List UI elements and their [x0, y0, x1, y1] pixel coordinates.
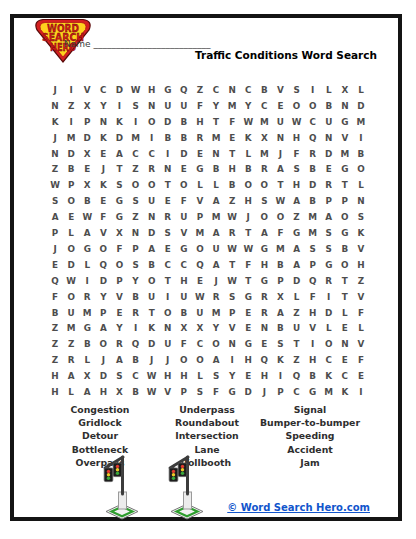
grid-cell: P — [337, 193, 353, 209]
grid-cell: B — [79, 193, 95, 209]
grid-cell: M — [63, 320, 79, 336]
grid-cell: W — [192, 289, 208, 305]
grid-cell: M — [79, 305, 95, 321]
grid-cell: B — [272, 257, 288, 273]
grid-cell: G — [337, 161, 353, 177]
grid-cell: O — [160, 305, 176, 321]
grid-cell: P — [79, 114, 95, 130]
grid-cell: J — [240, 209, 256, 225]
grid-cell: R — [256, 289, 272, 305]
grid-cell: V — [353, 241, 369, 257]
grid-cell: Z — [47, 320, 63, 336]
grid-cell: C — [321, 352, 337, 368]
grid-cell: N — [160, 161, 176, 177]
grid-cell: K — [272, 352, 288, 368]
grid-cell: B — [305, 193, 321, 209]
grid-cell: U — [63, 305, 79, 321]
grid-cell: A — [256, 225, 272, 241]
grid-cell: E — [47, 257, 63, 273]
grid-cell: I — [63, 82, 79, 98]
grid-cell: X — [337, 82, 353, 98]
grid-cell: Z — [353, 273, 369, 289]
grid-cell: Y — [128, 273, 144, 289]
grid-cell: I — [128, 320, 144, 336]
grid-cell: T — [337, 177, 353, 193]
grid-cell: W — [272, 193, 288, 209]
grid-cell: K — [47, 114, 63, 130]
grid-cell: T — [160, 273, 176, 289]
grid-cell: S — [208, 368, 224, 384]
grid-cell: B — [128, 384, 144, 400]
grid-cell: A — [79, 225, 95, 241]
grid-cell: L — [353, 82, 369, 98]
grid-cell: M — [305, 209, 321, 225]
grid-cell: B — [63, 161, 79, 177]
grid-cell: W — [240, 114, 256, 130]
grid-cell: Y — [208, 320, 224, 336]
grid-cell: M — [353, 114, 369, 130]
grid-cell: O — [176, 177, 192, 193]
grid-cell: Q — [192, 257, 208, 273]
grid-cell: P — [95, 305, 111, 321]
grid-cell: R — [224, 225, 240, 241]
grid-cell: Z — [47, 352, 63, 368]
grid-cell: W — [224, 209, 240, 225]
grid-cell: Q — [95, 257, 111, 273]
grid-cell: U — [160, 336, 176, 352]
grid-cell: O — [256, 209, 272, 225]
grid-cell: L — [337, 305, 353, 321]
grid-cell: K — [353, 225, 369, 241]
word-list-item: Jam — [240, 456, 380, 469]
grid-cell: T — [240, 273, 256, 289]
grid-cell: N — [321, 130, 337, 146]
grid-cell: D — [111, 130, 127, 146]
grid-cell: S — [353, 209, 369, 225]
grid-cell: B — [128, 289, 144, 305]
grid-cell: P — [192, 209, 208, 225]
grid-cell: W — [224, 241, 240, 257]
grid-cell: Z — [128, 209, 144, 225]
grid-cell: Z — [47, 336, 63, 352]
grid-cell: C — [240, 82, 256, 98]
grid-cell: N — [144, 98, 160, 114]
grid-cell: I — [160, 289, 176, 305]
grid-cell: E — [272, 98, 288, 114]
grid-cell: B — [305, 161, 321, 177]
grid-cell: E — [63, 209, 79, 225]
grid-cell: O — [95, 336, 111, 352]
grid-cell: U — [160, 98, 176, 114]
grid-cell: O — [353, 161, 369, 177]
grid-cell: E — [79, 161, 95, 177]
grid-cell: M — [305, 225, 321, 241]
grid-cell: W — [289, 114, 305, 130]
grid-cell: M — [256, 114, 272, 130]
grid-cell: O — [144, 177, 160, 193]
grid-cell: H — [176, 273, 192, 289]
grid-cell: N — [224, 336, 240, 352]
grid-cell: N — [272, 130, 288, 146]
grid-cell: B — [144, 257, 160, 273]
grid-cell: H — [160, 368, 176, 384]
grid-cell: J — [47, 82, 63, 98]
grid-cell: O — [240, 177, 256, 193]
grid-cell: W — [224, 273, 240, 289]
grid-cell: D — [95, 368, 111, 384]
grid-cell: S — [111, 368, 127, 384]
grid-cell: K — [95, 177, 111, 193]
word-search-hero-link[interactable]: © Word Search Hero.com — [227, 502, 370, 513]
grid-cell: O — [95, 241, 111, 257]
grid-cell: T — [337, 273, 353, 289]
grid-cell: R — [256, 161, 272, 177]
grid-cell: B — [321, 98, 337, 114]
grid-cell: D — [63, 257, 79, 273]
grid-cell: E — [353, 368, 369, 384]
grid-cell: S — [289, 82, 305, 98]
grid-cell: R — [321, 177, 337, 193]
grid-cell: E — [321, 161, 337, 177]
grid-cell: L — [321, 82, 337, 98]
grid-cell: V — [353, 289, 369, 305]
grid-cell: A — [144, 241, 160, 257]
grid-cell: U — [289, 320, 305, 336]
grid-cell: R — [208, 289, 224, 305]
grid-cell: L — [353, 320, 369, 336]
grid-cell: D — [144, 336, 160, 352]
grid-cell: K — [111, 114, 127, 130]
grid-cell: H — [256, 257, 272, 273]
grid-cell: G — [111, 193, 127, 209]
grid-cell: U — [192, 305, 208, 321]
grid-cell: B — [176, 130, 192, 146]
grid-cell: U — [208, 241, 224, 257]
grid-cell: W — [144, 384, 160, 400]
grid-cell: Z — [63, 336, 79, 352]
grid-cell: S — [321, 225, 337, 241]
grid-cell: X — [192, 320, 208, 336]
grid-cell: S — [224, 289, 240, 305]
grid-cell: H — [353, 257, 369, 273]
grid-cell: F — [176, 336, 192, 352]
grid-cell: A — [47, 209, 63, 225]
grid-cell: R — [321, 273, 337, 289]
grid-cell: L — [63, 225, 79, 241]
grid-cell: J — [47, 241, 63, 257]
grid-cell: K — [240, 130, 256, 146]
grid-cell: F — [272, 225, 288, 241]
grid-cell: N — [160, 320, 176, 336]
grid-cell: G — [240, 289, 256, 305]
grid-cell: K — [95, 130, 111, 146]
grid-cell: X — [272, 289, 288, 305]
grid-cell: P — [321, 193, 337, 209]
grid-cell: F — [353, 352, 369, 368]
grid-cell: O — [144, 273, 160, 289]
grid-cell: W — [128, 82, 144, 98]
grid-cell: I — [272, 368, 288, 384]
grid-cell: H — [95, 384, 111, 400]
grid-cell: H — [224, 161, 240, 177]
grid-cell: O — [256, 177, 272, 193]
grid-cell: I — [63, 114, 79, 130]
grid-cell: K — [144, 320, 160, 336]
grid-cell: E — [176, 161, 192, 177]
grid-cell: F — [224, 114, 240, 130]
name-row: Name __________________________ — [64, 39, 210, 49]
grid-cell: F — [289, 146, 305, 162]
grid-cell: O — [176, 352, 192, 368]
grid-cell: D — [144, 225, 160, 241]
grid-cell: C — [128, 368, 144, 384]
grid-cell: W — [240, 241, 256, 257]
grid-cell: E — [224, 130, 240, 146]
grid-cell: S — [160, 225, 176, 241]
grid-cell: B — [176, 305, 192, 321]
grid-cell: G — [240, 336, 256, 352]
grid-cell: P — [176, 384, 192, 400]
grid-cell: H — [256, 368, 272, 384]
grid-cell: B — [256, 82, 272, 98]
grid-cell: I — [160, 146, 176, 162]
grid-cell: R — [144, 161, 160, 177]
grid-cell: F — [176, 193, 192, 209]
grid-cell: O — [63, 289, 79, 305]
grid-cell: Z — [63, 98, 79, 114]
grid-cell: L — [79, 352, 95, 368]
grid-cell: G — [321, 257, 337, 273]
grid-cell: J — [208, 273, 224, 289]
grid-cell: P — [128, 241, 144, 257]
grid-cell: Q — [305, 130, 321, 146]
grid-cell: H — [240, 193, 256, 209]
grid-cell: S — [256, 193, 272, 209]
grid-cell: H — [176, 368, 192, 384]
grid-cell: F — [240, 257, 256, 273]
grid-cell: V — [176, 225, 192, 241]
grid-cell: C — [144, 146, 160, 162]
grid-cell: F — [47, 289, 63, 305]
grid-cell: Z — [224, 193, 240, 209]
grid-cell: V — [353, 336, 369, 352]
grid-cell: D — [321, 305, 337, 321]
grid-cell: S — [111, 177, 127, 193]
grid-cell: J — [144, 352, 160, 368]
grid-cell: O — [337, 257, 353, 273]
grid-cell: A — [208, 225, 224, 241]
grid-cell: B — [160, 130, 176, 146]
grid-cell: F — [95, 209, 111, 225]
grid-cell: G — [289, 225, 305, 241]
grid-cell: S — [192, 384, 208, 400]
grid-cell: U — [176, 98, 192, 114]
worksheet-page: WORD SEARCH HERO Name __________________… — [10, 14, 402, 521]
grid-cell: E — [337, 320, 353, 336]
grid-cell: Z — [289, 209, 305, 225]
grid-cell: A — [63, 368, 79, 384]
grid-cell: M — [192, 225, 208, 241]
grid-cell: R — [305, 146, 321, 162]
grid-cell: L — [63, 384, 79, 400]
grid-cell: F — [353, 305, 369, 321]
grid-cell: S — [128, 98, 144, 114]
grid-cell: Z — [128, 161, 144, 177]
grid-cell: K — [337, 384, 353, 400]
grid-cell: W — [63, 273, 79, 289]
page-title: Traffic Conditions Word Search — [195, 49, 377, 61]
grid-cell: P — [63, 177, 79, 193]
grid-cell: F — [208, 384, 224, 400]
word-list-item: Speeding — [240, 429, 380, 442]
word-list-item: Bumper-to-bumper — [240, 416, 380, 429]
grid-cell: G — [79, 320, 95, 336]
grid-cell: Z — [47, 161, 63, 177]
grid-cell: I — [305, 82, 321, 98]
grid-cell: V — [224, 320, 240, 336]
grid-cell: J — [47, 130, 63, 146]
grid-cell: Z — [192, 82, 208, 98]
grid-cell: A — [208, 193, 224, 209]
grid-cell: A — [289, 257, 305, 273]
grid-cell: C — [337, 368, 353, 384]
grid-cell: E — [160, 193, 176, 209]
grid-cell: M — [272, 241, 288, 257]
grid-cell: E — [160, 241, 176, 257]
grid-cell: O — [63, 241, 79, 257]
grid-cell: Q — [128, 336, 144, 352]
grid-cell: O — [272, 209, 288, 225]
grid-cell: F — [305, 289, 321, 305]
grid-cell: N — [256, 320, 272, 336]
grid-cell: M — [63, 130, 79, 146]
grid-cell: G — [192, 161, 208, 177]
grid-cell: C — [176, 257, 192, 273]
grid-cell: E — [240, 305, 256, 321]
grid-cell: A — [79, 384, 95, 400]
grid-cell: G — [337, 225, 353, 241]
grid-cell: G — [111, 209, 127, 225]
grid-cell: O — [111, 257, 127, 273]
grid-cell: L — [192, 177, 208, 193]
grid-cell: X — [79, 177, 95, 193]
grid-cell: Y — [95, 98, 111, 114]
grid-cell: X — [111, 384, 127, 400]
grid-cell: S — [272, 336, 288, 352]
grid-cell: H — [192, 114, 208, 130]
grid-cell: G — [256, 241, 272, 257]
grid-cell: Y — [95, 289, 111, 305]
grid-cell: X — [176, 320, 192, 336]
grid-cell: H — [144, 82, 160, 98]
grid-cell: M — [337, 146, 353, 162]
grid-cell: L — [289, 289, 305, 305]
grid-cell: X — [256, 130, 272, 146]
grid-cell: T — [144, 305, 160, 321]
grid-cell: S — [128, 193, 144, 209]
grid-cell: T — [337, 289, 353, 305]
grid-cell: G — [176, 241, 192, 257]
grid-cell: T — [160, 177, 176, 193]
grid-cell: G — [337, 114, 353, 130]
grid-cell: B — [208, 161, 224, 177]
grid-cell: T — [289, 336, 305, 352]
grid-cell: N — [95, 114, 111, 130]
grid-cell: A — [289, 241, 305, 257]
grid-cell: G — [256, 273, 272, 289]
grid-cell: B — [47, 305, 63, 321]
grid-cell: A — [289, 193, 305, 209]
grid-cell: L — [353, 177, 369, 193]
word-list-item: Congestion — [40, 403, 160, 416]
grid-cell: U — [321, 114, 337, 130]
grid-cell: I — [321, 289, 337, 305]
grid-cell: B — [79, 336, 95, 352]
grid-cell: V — [305, 320, 321, 336]
grid-cell: X — [111, 225, 127, 241]
grid-cell: D — [63, 146, 79, 162]
grid-cell: H — [289, 130, 305, 146]
grid-cell: H — [305, 352, 321, 368]
grid-cell: Q — [47, 273, 63, 289]
grid-cell: B — [128, 352, 144, 368]
grid-cell: L — [321, 320, 337, 336]
grid-cell: O — [192, 352, 208, 368]
grid-cell: U — [176, 289, 192, 305]
grid-cell: H — [240, 352, 256, 368]
grid-cell: I — [305, 336, 321, 352]
grid-cell: Q — [289, 368, 305, 384]
grid-cell: O — [192, 241, 208, 257]
grid-cell: U — [272, 114, 288, 130]
grid-cell: J — [256, 384, 272, 400]
name-blank-line[interactable]: __________________________ — [93, 39, 210, 49]
grid-cell: D — [79, 130, 95, 146]
grid-cell: I — [224, 352, 240, 368]
grid-cell: P — [272, 384, 288, 400]
grid-cell: Q — [176, 82, 192, 98]
grid-cell: B — [240, 161, 256, 177]
grid-cell: E — [192, 273, 208, 289]
grid-cell: N — [208, 146, 224, 162]
grid-cell: O — [305, 98, 321, 114]
grid-cell: A — [95, 320, 111, 336]
grid-cell: M — [256, 146, 272, 162]
word-list-item: Accident — [240, 443, 380, 456]
grid-cell: T — [272, 177, 288, 193]
grid-cell: R — [256, 305, 272, 321]
grid-cell: A — [321, 209, 337, 225]
grid-cell: W — [47, 177, 63, 193]
grid-cell: R — [192, 130, 208, 146]
grid-cell: B — [353, 146, 369, 162]
grid-cell: E — [192, 146, 208, 162]
grid-cell: D — [176, 146, 192, 162]
grid-cell: L — [240, 146, 256, 162]
grid-cell: N — [144, 209, 160, 225]
grid-cell: D — [289, 273, 305, 289]
grid-cell: M — [208, 209, 224, 225]
grid-cell: T — [224, 257, 240, 273]
grid-cell: V — [192, 193, 208, 209]
grid-cell: R — [160, 209, 176, 225]
grid-cell: X — [79, 98, 95, 114]
grid-cell: O — [208, 336, 224, 352]
grid-cell: P — [111, 273, 127, 289]
grid-cell: A — [111, 352, 127, 368]
grid-cell: V — [272, 82, 288, 98]
grid-cell: Y — [224, 368, 240, 384]
